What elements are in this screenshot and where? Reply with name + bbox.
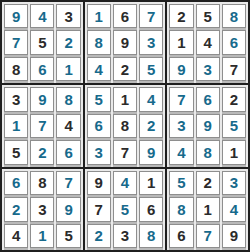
cell-r5c8[interactable]: 9: [196, 114, 220, 138]
cell-r8c5[interactable]: 5: [113, 197, 137, 221]
box-9: 523814679: [167, 169, 248, 250]
cell-r8c3[interactable]: 9: [56, 197, 80, 221]
cell-r7c4[interactable]: 9: [87, 171, 111, 195]
cell-r7c7[interactable]: 5: [169, 171, 193, 195]
cell-r4c3[interactable]: 8: [56, 87, 80, 111]
cell-r5c6[interactable]: 2: [139, 114, 163, 138]
cell-r2c5[interactable]: 9: [113, 30, 137, 54]
cell-r1c4[interactable]: 1: [87, 4, 111, 28]
cell-r4c7[interactable]: 7: [169, 87, 193, 111]
cell-r1c1[interactable]: 9: [4, 4, 28, 28]
cell-r1c7[interactable]: 2: [169, 4, 193, 28]
cell-r9c4[interactable]: 2: [87, 224, 111, 248]
cell-r3c7[interactable]: 9: [169, 57, 193, 81]
cell-r5c5[interactable]: 8: [113, 114, 137, 138]
cell-r7c1[interactable]: 6: [4, 171, 28, 195]
cell-r7c2[interactable]: 8: [30, 171, 54, 195]
cell-r1c2[interactable]: 4: [30, 4, 54, 28]
cell-r3c5[interactable]: 2: [113, 57, 137, 81]
box-4: 398174526: [2, 85, 83, 166]
cell-r3c3[interactable]: 1: [56, 57, 80, 81]
cell-r6c7[interactable]: 4: [169, 140, 193, 164]
box-7: 687239415: [2, 169, 83, 250]
cell-r3c4[interactable]: 4: [87, 57, 111, 81]
cell-r3c6[interactable]: 5: [139, 57, 163, 81]
cell-r5c3[interactable]: 4: [56, 114, 80, 138]
cell-r5c1[interactable]: 1: [4, 114, 28, 138]
cell-r3c9[interactable]: 7: [222, 57, 246, 81]
cell-r3c8[interactable]: 3: [196, 57, 220, 81]
cell-r6c6[interactable]: 9: [139, 140, 163, 164]
cell-r6c4[interactable]: 3: [87, 140, 111, 164]
cell-r7c9[interactable]: 3: [222, 171, 246, 195]
cell-r9c3[interactable]: 5: [56, 224, 80, 248]
cell-r8c9[interactable]: 4: [222, 197, 246, 221]
box-1: 943752861: [2, 2, 83, 83]
cell-r4c6[interactable]: 4: [139, 87, 163, 111]
cell-r7c3[interactable]: 7: [56, 171, 80, 195]
box-5: 514682379: [85, 85, 166, 166]
cell-r5c9[interactable]: 5: [222, 114, 246, 138]
cell-r9c9[interactable]: 9: [222, 224, 246, 248]
cell-r9c5[interactable]: 3: [113, 224, 137, 248]
sudoku-board: 943752861 167893425 258146937 398174526 …: [0, 0, 250, 252]
cell-r9c1[interactable]: 4: [4, 224, 28, 248]
cell-r4c9[interactable]: 2: [222, 87, 246, 111]
cell-r3c1[interactable]: 8: [4, 57, 28, 81]
cell-r2c8[interactable]: 4: [196, 30, 220, 54]
cell-r2c3[interactable]: 2: [56, 30, 80, 54]
box-2: 167893425: [85, 2, 166, 83]
cell-r2c2[interactable]: 5: [30, 30, 54, 54]
cell-r9c7[interactable]: 6: [169, 224, 193, 248]
cell-r2c1[interactable]: 7: [4, 30, 28, 54]
cell-r6c1[interactable]: 5: [4, 140, 28, 164]
cell-r1c6[interactable]: 7: [139, 4, 163, 28]
cell-r9c6[interactable]: 8: [139, 224, 163, 248]
cell-r8c4[interactable]: 7: [87, 197, 111, 221]
cell-r2c4[interactable]: 8: [87, 30, 111, 54]
cell-r2c9[interactable]: 6: [222, 30, 246, 54]
cell-r6c5[interactable]: 7: [113, 140, 137, 164]
cell-r8c1[interactable]: 2: [4, 197, 28, 221]
cell-r6c2[interactable]: 2: [30, 140, 54, 164]
cell-r4c8[interactable]: 6: [196, 87, 220, 111]
cell-r4c4[interactable]: 5: [87, 87, 111, 111]
cell-r1c9[interactable]: 8: [222, 4, 246, 28]
cell-r8c2[interactable]: 3: [30, 197, 54, 221]
cell-r5c2[interactable]: 7: [30, 114, 54, 138]
cell-r8c7[interactable]: 8: [169, 197, 193, 221]
cell-r6c8[interactable]: 8: [196, 140, 220, 164]
cell-r2c7[interactable]: 1: [169, 30, 193, 54]
box-8: 941756238: [85, 169, 166, 250]
cell-r1c8[interactable]: 5: [196, 4, 220, 28]
cell-r4c1[interactable]: 3: [4, 87, 28, 111]
cell-r6c3[interactable]: 6: [56, 140, 80, 164]
cell-r6c9[interactable]: 1: [222, 140, 246, 164]
cell-r9c2[interactable]: 1: [30, 224, 54, 248]
box-6: 762395481: [167, 85, 248, 166]
cell-r7c8[interactable]: 2: [196, 171, 220, 195]
cell-r1c3[interactable]: 3: [56, 4, 80, 28]
cell-r5c4[interactable]: 6: [87, 114, 111, 138]
cell-r3c2[interactable]: 6: [30, 57, 54, 81]
cell-r5c7[interactable]: 3: [169, 114, 193, 138]
cell-r7c5[interactable]: 4: [113, 171, 137, 195]
cell-r9c8[interactable]: 7: [196, 224, 220, 248]
cell-r7c6[interactable]: 1: [139, 171, 163, 195]
cell-r8c6[interactable]: 6: [139, 197, 163, 221]
box-3: 258146937: [167, 2, 248, 83]
cell-r8c8[interactable]: 1: [196, 197, 220, 221]
cell-r4c5[interactable]: 1: [113, 87, 137, 111]
cell-r1c5[interactable]: 6: [113, 4, 137, 28]
cell-r2c6[interactable]: 3: [139, 30, 163, 54]
cell-r4c2[interactable]: 9: [30, 87, 54, 111]
